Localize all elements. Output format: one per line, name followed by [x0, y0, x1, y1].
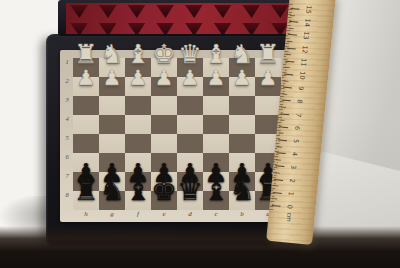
- square: [151, 153, 177, 172]
- file-label: h: [73, 210, 99, 222]
- square: [229, 134, 255, 153]
- square: [151, 134, 177, 153]
- ruler-number: 4: [290, 149, 299, 160]
- square: ♜: [73, 58, 99, 77]
- square: ♛: [177, 58, 203, 77]
- square: [151, 96, 177, 115]
- ruler-number: 7: [294, 109, 303, 120]
- ruler-number: 1: [286, 188, 295, 199]
- piece-slot: [241, 5, 261, 18]
- square: [203, 153, 229, 172]
- ruler-number: 9: [296, 83, 305, 94]
- square: ♟: [99, 77, 125, 96]
- piece-slot: [126, 5, 146, 18]
- piece-slot: [213, 5, 233, 18]
- file-labels-bottom: hgfedcba: [73, 210, 281, 222]
- square: [177, 96, 203, 115]
- square: [125, 134, 151, 153]
- square: ♟: [177, 172, 203, 191]
- square: [99, 134, 125, 153]
- ruler-number: 10: [298, 70, 307, 81]
- ruler-unit-label: cm: [285, 211, 293, 224]
- square: [99, 96, 125, 115]
- square: [203, 115, 229, 134]
- piece-slot: [213, 23, 233, 34]
- square: ♝: [125, 191, 151, 210]
- piece-slot: [184, 5, 204, 18]
- square: ♟: [73, 77, 99, 96]
- square: ♟: [151, 172, 177, 191]
- square: ♞: [99, 191, 125, 210]
- piece-slot: [98, 5, 118, 18]
- square: [229, 153, 255, 172]
- ruler-number: 6: [293, 123, 302, 134]
- square: ♟: [151, 77, 177, 96]
- square: [99, 153, 125, 172]
- piece-slot: [241, 23, 261, 34]
- square: ♜: [73, 191, 99, 210]
- rank-label: 7: [61, 172, 73, 191]
- square: [177, 134, 203, 153]
- file-label: e: [151, 210, 177, 222]
- square: ♚: [151, 191, 177, 210]
- square: ♟: [177, 77, 203, 96]
- square: ♟: [229, 77, 255, 96]
- rank-label: 3: [61, 96, 73, 115]
- square: [73, 134, 99, 153]
- square: ♟: [73, 172, 99, 191]
- lid-slot-row: [69, 23, 290, 34]
- ruler-number: 12: [300, 44, 309, 55]
- square: ♝: [203, 58, 229, 77]
- file-label: c: [203, 210, 229, 222]
- rank-label: 6: [61, 153, 73, 172]
- square: ♞: [229, 191, 255, 210]
- square: ♟: [255, 77, 281, 96]
- file-label: f: [125, 210, 151, 222]
- file-label: d: [177, 210, 203, 222]
- piece-slot: [155, 23, 175, 34]
- square: [73, 115, 99, 134]
- file-label: b: [229, 210, 255, 222]
- square: ♚: [151, 58, 177, 77]
- square: ♟: [125, 172, 151, 191]
- square: [203, 134, 229, 153]
- ruler-number: 15: [304, 4, 313, 15]
- square: [255, 96, 281, 115]
- square: [125, 153, 151, 172]
- square: [99, 115, 125, 134]
- board-grid: ♜♞♝♚♛♝♞♜♟♟♟♟♟♟♟♟♟♟♟♟♟♟♟♟♜♞♝♚♛♝♞♜: [73, 58, 281, 210]
- square: [151, 115, 177, 134]
- piece-slot: [69, 23, 89, 34]
- square: [125, 96, 151, 115]
- square: ♛: [177, 191, 203, 210]
- square: ♝: [125, 58, 151, 77]
- square: ♜: [255, 58, 281, 77]
- square: ♟: [125, 77, 151, 96]
- square: ♟: [203, 172, 229, 191]
- rank-label: 1: [61, 58, 73, 77]
- ruler-number: 11: [299, 57, 308, 68]
- table-front-edge: [0, 226, 400, 268]
- square: [177, 153, 203, 172]
- ruler-number: 0: [285, 201, 294, 212]
- square: [229, 96, 255, 115]
- chess-box-lid: [58, 0, 300, 36]
- file-label: g: [99, 210, 125, 222]
- square: ♞: [229, 58, 255, 77]
- ruler-number: 5: [291, 136, 300, 147]
- square: ♟: [203, 77, 229, 96]
- piece-slot: [98, 23, 118, 34]
- piece-slot: [155, 5, 175, 18]
- piece-slot: [69, 5, 89, 18]
- square: [229, 115, 255, 134]
- rank-label: 4: [61, 115, 73, 134]
- ruler-number: 14: [303, 17, 312, 28]
- piece-slot: [184, 23, 204, 34]
- square: ♝: [203, 191, 229, 210]
- square: [125, 115, 151, 134]
- square: ♟: [229, 172, 255, 191]
- rank-label: 8: [61, 191, 73, 210]
- ruler-number: 3: [289, 162, 298, 173]
- ruler-number: 2: [288, 175, 297, 186]
- rank-label: 2: [61, 77, 73, 96]
- ruler-number: 8: [295, 96, 304, 107]
- ruler-number: 13: [301, 31, 310, 42]
- square: [203, 96, 229, 115]
- rank-labels-left: 12345678: [61, 58, 73, 210]
- chess-board: 12345678 12345678 ♜♞♝♚♛♝♞♜♟♟♟♟♟♟♟♟♟♟♟♟♟♟…: [60, 50, 296, 222]
- lid-felt: [66, 3, 293, 34]
- piece-slot: [126, 23, 146, 34]
- lid-slot-row: [69, 5, 290, 18]
- square: [73, 153, 99, 172]
- square: [177, 115, 203, 134]
- square: ♞: [99, 58, 125, 77]
- square: [73, 96, 99, 115]
- square: ♟: [99, 172, 125, 191]
- rank-label: 5: [61, 134, 73, 153]
- windowsill-scene: 12345678 12345678 ♜♞♝♚♛♝♞♜♟♟♟♟♟♟♟♟♟♟♟♟♟♟…: [0, 0, 400, 268]
